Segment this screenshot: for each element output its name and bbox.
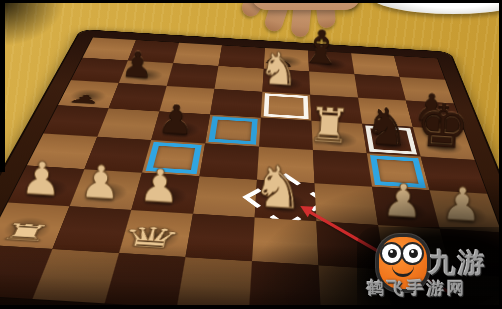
watermark-site-text: 鹤飞手游网 xyxy=(367,277,502,300)
photo-vignette xyxy=(0,0,70,50)
square-c2[interactable]: ♛ xyxy=(119,210,193,257)
square-h5[interactable]: ♚ xyxy=(413,127,475,160)
piece-black-pawn-a6[interactable]: ♟ xyxy=(57,92,112,106)
piece-white-rook-f5[interactable]: ♜ xyxy=(301,99,358,150)
piece-white-pawn-a3[interactable]: ♟ xyxy=(9,154,73,203)
square-c3[interactable]: ♟ xyxy=(131,173,199,214)
square-g5[interactable]: ♞ xyxy=(362,124,421,157)
square-f8[interactable]: ♝ xyxy=(308,51,354,75)
square-f3[interactable] xyxy=(315,183,379,225)
mascot-smile xyxy=(392,265,414,277)
square-f7[interactable] xyxy=(309,72,358,98)
square-c8[interactable] xyxy=(173,43,222,66)
square-a2[interactable]: ♜ xyxy=(0,202,70,249)
square-e1[interactable] xyxy=(249,261,321,309)
square-e2[interactable] xyxy=(252,217,319,265)
piece-white-knight-e7[interactable]: ♞ xyxy=(254,44,304,92)
photo-frame-bar xyxy=(0,0,5,172)
square-c5[interactable]: ♟ xyxy=(151,111,210,143)
watermark: 九游 鹤飞手游网 xyxy=(371,235,499,305)
screenshot-canvas: ♞♝♟♞♟♟♟♜♞♚♟♟♟♞♟♟♜♛ 九游 鹤飞手游网 xyxy=(0,0,502,309)
piece-black-knight-g5[interactable]: ♞ xyxy=(358,100,415,154)
mascot-eye xyxy=(382,244,401,263)
photo-frame-bar xyxy=(0,0,502,3)
legal-move-highlight-d5[interactable] xyxy=(208,116,257,145)
square-d6[interactable] xyxy=(210,89,262,118)
piece-white-pawn-b3[interactable]: ♟ xyxy=(68,158,132,207)
piece-white-queen-c2[interactable]: ♛ xyxy=(115,222,186,253)
piece-black-bishop-f8[interactable]: ♝ xyxy=(297,23,345,72)
piece-white-pawn-g3[interactable]: ♟ xyxy=(371,176,435,225)
square-b7[interactable]: ♟ xyxy=(119,60,173,86)
square-e7[interactable]: ♞ xyxy=(262,69,310,95)
watermark-logo-text: 九游 xyxy=(429,245,487,281)
photo-frame-bar xyxy=(0,305,502,309)
square-e3[interactable]: ♞ xyxy=(255,180,317,222)
square-g8[interactable] xyxy=(351,53,400,77)
square-d5[interactable] xyxy=(205,115,261,147)
square-d2[interactable] xyxy=(186,214,255,261)
square-d1[interactable] xyxy=(177,257,252,309)
piece-black-pawn-c5[interactable]: ♟ xyxy=(148,98,204,141)
square-f4[interactable] xyxy=(313,150,372,187)
piece-white-pawn-h3[interactable]: ♟ xyxy=(430,180,494,229)
square-c1[interactable] xyxy=(105,253,186,308)
piece-white-rook-a2[interactable]: ♜ xyxy=(0,219,63,245)
piece-black-king-h5[interactable]: ♚ xyxy=(414,94,471,157)
piece-white-pawn-c3[interactable]: ♟ xyxy=(128,161,192,210)
mascot-eye xyxy=(403,244,422,263)
piece-black-pawn-b7[interactable]: ♟ xyxy=(112,46,162,84)
square-c7[interactable] xyxy=(167,63,219,89)
piece-white-knight-e3[interactable]: ♞ xyxy=(246,156,311,218)
